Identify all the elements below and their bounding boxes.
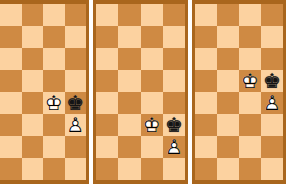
square (141, 70, 163, 92)
square (0, 92, 22, 114)
white-pawn-piece: ♟♙ (163, 136, 185, 158)
square (65, 136, 87, 158)
square (118, 114, 140, 136)
square (141, 92, 163, 114)
white-king-piece: ♚♔ (141, 114, 163, 136)
square (141, 48, 163, 70)
square (96, 136, 118, 158)
square (118, 48, 140, 70)
square (0, 114, 22, 136)
square: ♚♔ (239, 70, 261, 92)
square (0, 136, 22, 158)
square (163, 158, 185, 180)
square: ♚ (65, 92, 87, 114)
square (195, 136, 217, 158)
square (217, 48, 239, 70)
square (22, 4, 44, 26)
square (217, 26, 239, 48)
square: ♟♙ (65, 114, 87, 136)
square (22, 136, 44, 158)
square (141, 158, 163, 180)
square (141, 4, 163, 26)
square: ♚ (163, 114, 185, 136)
square (0, 158, 22, 180)
black-king-piece: ♚ (65, 92, 87, 114)
square (217, 4, 239, 26)
square (217, 92, 239, 114)
square (65, 4, 87, 26)
square (22, 48, 44, 70)
square (118, 158, 140, 180)
square (239, 4, 261, 26)
square (65, 48, 87, 70)
square (22, 92, 44, 114)
square (239, 136, 261, 158)
square (195, 114, 217, 136)
square (22, 70, 44, 92)
square (43, 48, 65, 70)
square (195, 158, 217, 180)
white-king-piece: ♚♔ (43, 92, 65, 114)
square (239, 114, 261, 136)
chess-board-3[interactable]: ♚♔♚♟♙ (192, 0, 286, 184)
square (141, 136, 163, 158)
square (163, 48, 185, 70)
square (22, 158, 44, 180)
square (195, 26, 217, 48)
square (195, 48, 217, 70)
square: ♚ (261, 70, 283, 92)
square (239, 92, 261, 114)
square (261, 48, 283, 70)
square (43, 4, 65, 26)
square (118, 4, 140, 26)
square: ♚♔ (141, 114, 163, 136)
square (22, 114, 44, 136)
square (217, 70, 239, 92)
square (96, 114, 118, 136)
square: ♟♙ (163, 136, 185, 158)
square (195, 4, 217, 26)
square (65, 158, 87, 180)
square (0, 48, 22, 70)
square (0, 70, 22, 92)
square (239, 158, 261, 180)
square (163, 4, 185, 26)
square (65, 70, 87, 92)
square (261, 114, 283, 136)
black-king-piece: ♚ (261, 70, 283, 92)
square (141, 26, 163, 48)
square (217, 136, 239, 158)
square (0, 26, 22, 48)
square (118, 92, 140, 114)
square (261, 158, 283, 180)
square (195, 70, 217, 92)
square: ♚♔ (43, 92, 65, 114)
square (217, 114, 239, 136)
square (96, 158, 118, 180)
square (261, 4, 283, 26)
square (96, 70, 118, 92)
chess-board-1[interactable]: ♚♔♚♟♙ (0, 0, 89, 184)
square (239, 48, 261, 70)
square (118, 26, 140, 48)
square (118, 70, 140, 92)
square (0, 4, 22, 26)
square: ♟♙ (261, 92, 283, 114)
square (261, 26, 283, 48)
square (163, 26, 185, 48)
square (43, 158, 65, 180)
black-king-piece: ♚ (163, 114, 185, 136)
square (43, 114, 65, 136)
square (163, 92, 185, 114)
square (96, 92, 118, 114)
square (195, 92, 217, 114)
square (43, 26, 65, 48)
white-pawn-piece: ♟♙ (65, 114, 87, 136)
square (217, 158, 239, 180)
square (239, 26, 261, 48)
square (22, 26, 44, 48)
square (43, 70, 65, 92)
square (43, 136, 65, 158)
square (96, 26, 118, 48)
chess-diagram-strip: ♚♔♚♟♙ ♚♔♚♟♙ ♚♔♚♟♙ (0, 0, 286, 184)
square (65, 26, 87, 48)
square (96, 48, 118, 70)
chess-board-2[interactable]: ♚♔♚♟♙ (93, 0, 188, 184)
square (261, 136, 283, 158)
square (96, 4, 118, 26)
white-pawn-piece: ♟♙ (261, 92, 283, 114)
square (118, 136, 140, 158)
white-king-piece: ♚♔ (239, 70, 261, 92)
square (163, 70, 185, 92)
